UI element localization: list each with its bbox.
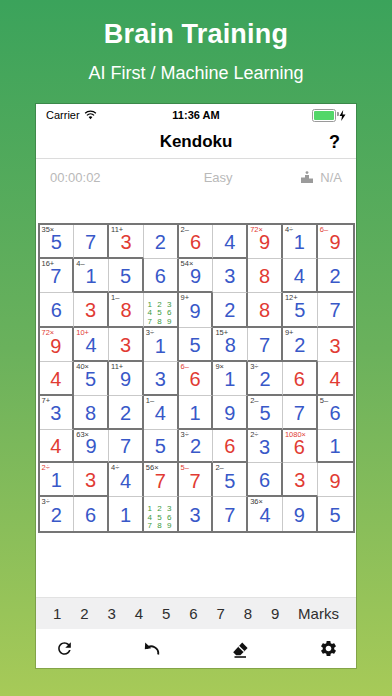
cage-label: 2÷: [42, 463, 50, 472]
cell-value: 7: [259, 334, 270, 357]
grid-cell-r6c7[interactable]: 2–5: [248, 396, 283, 430]
numpad-key-1[interactable]: 1: [53, 605, 61, 622]
cage-label: 2–: [250, 396, 258, 405]
cage-label: 1080×: [285, 430, 306, 439]
cell-value: 7: [50, 265, 61, 288]
grid-cell-r5c8[interactable]: 6: [283, 362, 318, 396]
cell-value: 8: [259, 299, 270, 322]
grid-cell-r1c1[interactable]: 35×5: [40, 225, 75, 259]
cell-value: 2: [330, 265, 341, 288]
kendoku-grid: 35×5711+322–6472×94÷16–916+74–15654×9384…: [38, 223, 355, 533]
app-header: Brain Training AI First / Machine Learni…: [0, 0, 392, 84]
cage-label: 12+: [285, 293, 298, 302]
cage-label: 2–: [215, 463, 223, 472]
cage-label: 54×: [181, 259, 194, 268]
cell-value: 9: [224, 402, 235, 425]
cell-value: 5: [51, 231, 62, 254]
numpad-key-2[interactable]: 2: [80, 605, 88, 622]
cage-label: 11+: [111, 362, 123, 371]
cage-label: 6–: [320, 225, 328, 234]
cell-value: 7: [189, 470, 200, 493]
cell-value: 6: [190, 231, 201, 254]
cell-value: 9: [190, 265, 201, 288]
grid-cell-r7c2[interactable]: 63×9: [74, 430, 109, 464]
cell-value: 5: [189, 334, 200, 357]
bottom-toolbar: [36, 629, 356, 668]
grid-cell-r1c6[interactable]: 4: [213, 225, 248, 259]
cell-value: 7: [224, 504, 235, 527]
eraser-button[interactable]: [230, 639, 250, 659]
grid-cell-r5c5[interactable]: 6–6: [179, 362, 214, 396]
cell-value: 5: [155, 435, 166, 458]
grid-cell-r2c3[interactable]: 5: [109, 259, 144, 293]
grid-cell-r7c5[interactable]: 3÷2: [179, 430, 214, 464]
cell-value: 8: [85, 402, 96, 425]
eraser-icon: [230, 639, 250, 659]
cell-value: 1: [120, 504, 131, 527]
cell-value: 4: [259, 504, 270, 527]
cage-label: 3÷: [42, 497, 50, 506]
nav-bar: Kendoku ?: [36, 126, 356, 158]
grid-cell-r9c3[interactable]: 1: [109, 497, 144, 531]
grid-cell-r2c6[interactable]: 3: [213, 259, 248, 293]
cell-value: 4: [330, 368, 341, 391]
cell-value: 7: [330, 299, 341, 322]
grid-cell-r4c7[interactable]: 7: [248, 328, 283, 362]
cell-value: 3: [189, 504, 200, 527]
grid-cell-r6c1[interactable]: 7+3: [40, 396, 75, 430]
grid-cell-r7c7[interactable]: 2÷3: [248, 430, 283, 464]
grid-cell-r7c4[interactable]: 5: [144, 430, 179, 464]
grid-cell-r9c4[interactable]: 1 2 34 5 67 8 9: [144, 497, 179, 531]
cell-value: 9: [330, 231, 341, 254]
grid-cell-r5c9[interactable]: 4: [318, 362, 353, 396]
grid-cell-r3c7[interactable]: 8: [248, 293, 283, 329]
cell-value: 5: [85, 368, 96, 391]
numpad-key-9[interactable]: 9: [271, 605, 279, 622]
cell-value: 1: [189, 402, 200, 425]
cage-label: 3÷: [181, 430, 189, 439]
cage-label: 4÷: [111, 463, 119, 472]
grid-cell-r2c4[interactable]: 6: [144, 259, 179, 293]
difficulty-label: Easy: [136, 170, 300, 185]
phone-screenshot: Carrier 11:36 AM Kendoku ? 00:00:02 Easy: [36, 104, 356, 668]
cell-value: 3: [120, 334, 131, 357]
cell-value: 6: [189, 368, 200, 391]
cage-label: 2÷: [250, 430, 258, 439]
cell-value: 3: [259, 436, 270, 459]
cage-label: 4–: [76, 259, 84, 268]
grid-cell-r5c6[interactable]: 9×1: [213, 362, 248, 396]
cell-value: 9: [189, 300, 200, 323]
grid-cell-r2c7[interactable]: 8: [248, 259, 283, 293]
cage-label: 10+: [76, 328, 89, 337]
grid-cell-r6c9[interactable]: 5–6: [318, 396, 353, 430]
cell-value: 7: [294, 402, 305, 425]
cell-value: 9: [259, 231, 270, 254]
grid-cell-r6c5[interactable]: 1: [179, 396, 214, 430]
grid-cell-r1c4[interactable]: 2: [144, 225, 179, 259]
grid-cell-r1c9[interactable]: 6–9: [318, 225, 353, 259]
cell-value: 7: [120, 435, 131, 458]
cell-value: 6: [155, 265, 166, 288]
cell-value: 9: [120, 368, 131, 391]
grid-cell-r9c5[interactable]: 3: [179, 497, 214, 531]
cell-value: 5: [259, 402, 270, 425]
grid-cell-r4c3[interactable]: 3: [109, 328, 144, 362]
grid-cell-r5c3[interactable]: 11+9: [109, 362, 144, 396]
grid-cell-r1c3[interactable]: 11+3: [109, 225, 144, 259]
grid-cell-r8c8[interactable]: 3: [283, 463, 318, 497]
grid-cell-r4c5[interactable]: 5: [179, 328, 214, 362]
numpad-key-marks[interactable]: Marks: [298, 605, 339, 622]
cell-value: 9: [50, 335, 61, 358]
cell-value: 1: [330, 435, 341, 458]
grid-cell-r2c9[interactable]: 2: [318, 259, 353, 293]
cage-label: 9×: [215, 362, 224, 371]
grid-cell-r8c7[interactable]: 6: [248, 463, 283, 497]
cell-value: 2: [224, 299, 235, 322]
pencil-marks: 1 2 34 5 67 8 9: [148, 301, 173, 327]
grid-cell-r8c1[interactable]: 2÷1: [40, 463, 75, 497]
cell-value: 2: [120, 402, 131, 425]
app-subtitle: AI First / Machine Learning: [0, 63, 392, 84]
numpad-key-4[interactable]: 4: [135, 605, 143, 622]
cage-label: 5–: [181, 463, 189, 472]
cell-value: 2: [51, 504, 62, 527]
cell-value: 9: [86, 435, 97, 458]
grid-cell-r8c6[interactable]: 2–5: [213, 463, 248, 497]
info-bar: 00:00:02 Easy N/A: [36, 158, 356, 195]
cell-value: 5: [224, 470, 235, 493]
score-value: N/A: [320, 170, 342, 185]
cell-value: 4: [86, 334, 97, 357]
cell-value: 8: [259, 265, 270, 288]
cell-value: 4: [294, 265, 305, 288]
cell-value: 3: [224, 265, 235, 288]
grid-cell-r3c6[interactable]: 2: [213, 293, 248, 329]
grid-cell-r4c1[interactable]: 72×9: [40, 328, 75, 362]
cell-value: 7: [155, 470, 166, 493]
grid-cell-r7c9[interactable]: 1: [318, 430, 353, 464]
cell-value: 6: [51, 299, 62, 322]
cell-value: 4: [155, 402, 166, 425]
cell-value: 7: [85, 231, 96, 254]
cell-value: 2: [259, 368, 270, 391]
grid-cell-r3c3[interactable]: 1–8: [109, 293, 144, 329]
cell-value: 2: [294, 334, 305, 357]
cage-label: 1–: [146, 396, 154, 405]
grid-cell-r4c2[interactable]: 10+4: [74, 328, 109, 362]
settings-button[interactable]: [318, 639, 338, 659]
cell-value: 2: [190, 435, 201, 458]
grid-cell-r2c2[interactable]: 4–1: [74, 259, 109, 293]
cage-label: 6–: [181, 362, 189, 371]
grid-cell-r3c1[interactable]: 6: [40, 293, 75, 329]
cell-value: 1: [224, 368, 235, 391]
grid-cell-r2c8[interactable]: 4: [283, 259, 318, 293]
grid-cell-r9c9[interactable]: 5: [318, 497, 353, 531]
grid-cell-r3c4[interactable]: 1 2 34 5 67 8 9: [144, 293, 179, 329]
numpad-key-7[interactable]: 7: [216, 605, 224, 622]
grid-cell-r6c6[interactable]: 9: [213, 396, 248, 430]
wifi-icon: [84, 110, 97, 120]
cell-value: 1: [51, 469, 62, 492]
cage-label: 15+: [215, 328, 228, 337]
grid-cell-r7c1[interactable]: 4: [40, 430, 75, 464]
grid-cell-r3c2[interactable]: 3: [74, 293, 109, 329]
cage-label: 3÷: [146, 328, 154, 337]
cell-value: 3: [330, 335, 341, 358]
restart-icon: [55, 639, 74, 658]
grid-cell-r9c2[interactable]: 6: [74, 497, 109, 531]
cage-label: 7+: [42, 396, 51, 405]
grid-cell-r2c5[interactable]: 54×9: [179, 259, 214, 293]
grid-cell-r8c2[interactable]: 3: [74, 463, 109, 497]
numpad: 123456789Marks: [36, 597, 356, 629]
cage-label: 2–: [181, 225, 189, 234]
cell-value: 1: [155, 335, 166, 358]
cell-value: 3: [120, 231, 131, 254]
grid-cell-r3c5[interactable]: 9+9: [179, 293, 214, 329]
grid-cell-r8c4[interactable]: 56×7: [144, 463, 179, 497]
cage-label: 63×: [76, 430, 89, 439]
numpad-key-8[interactable]: 8: [244, 605, 252, 622]
grid-cell-r8c3[interactable]: 4÷4: [109, 463, 144, 497]
cage-label: 1–: [111, 293, 119, 302]
cell-value: 3: [155, 368, 166, 391]
grid-cell-r8c9[interactable]: 9: [318, 463, 353, 497]
cell-value: 8: [225, 334, 236, 357]
cell-value: 6: [294, 368, 305, 391]
grid-cell-r8c5[interactable]: 5–7: [179, 463, 214, 497]
cage-label: 11+: [111, 225, 123, 234]
grid-cell-r1c7[interactable]: 72×9: [248, 225, 283, 259]
cell-value: 4: [224, 231, 235, 254]
grid-cell-r5c4[interactable]: 3: [144, 362, 179, 396]
cell-value: 4: [50, 368, 61, 391]
grid-cell-r3c9[interactable]: 7: [318, 293, 353, 329]
cell-value: 3: [85, 469, 96, 492]
leaderboard-podium-icon: [300, 171, 314, 183]
gear-icon: [319, 639, 338, 658]
cell-value: 4: [50, 435, 61, 458]
timer-value: 00:00:02: [50, 170, 136, 185]
cell-value: 5: [330, 504, 341, 527]
grid-cell-r7c6[interactable]: 6: [213, 430, 248, 464]
grid-cell-r4c9[interactable]: 3: [318, 328, 353, 362]
cell-value: 1: [294, 231, 305, 254]
grid-cell-r5c2[interactable]: 40×5: [74, 362, 109, 396]
grid-cell-r7c8[interactable]: 1080×6: [283, 430, 318, 464]
grid-cell-r9c7[interactable]: 36×4: [248, 497, 283, 531]
cage-label: 16+: [42, 259, 55, 268]
grid-cell-r5c1[interactable]: 4: [40, 362, 75, 396]
cage-label: 40×: [76, 362, 89, 371]
help-button[interactable]: ?: [329, 132, 340, 153]
cage-label: 4÷: [285, 225, 293, 234]
cell-value: 3: [50, 402, 61, 425]
battery-icon: [312, 109, 336, 122]
numpad-key-3[interactable]: 3: [107, 605, 115, 622]
cage-label: 9+: [181, 293, 190, 302]
cell-value: 1: [86, 265, 97, 288]
cell-value: 9: [330, 470, 341, 493]
cell-value: 4: [120, 470, 131, 493]
cell-value: 3: [85, 299, 96, 322]
grid-cell-r6c8[interactable]: 7: [283, 396, 318, 430]
grid-cell-r9c1[interactable]: 3÷2: [40, 497, 75, 531]
grid-cell-r4c6[interactable]: 15+8: [213, 328, 248, 362]
numpad-key-6[interactable]: 6: [189, 605, 197, 622]
grid-cell-r1c2[interactable]: 7: [74, 225, 109, 259]
grid-cell-r9c8[interactable]: 9: [283, 497, 318, 531]
grid-cell-r5c7[interactable]: 3÷2: [248, 362, 283, 396]
carrier-label: Carrier: [46, 109, 80, 121]
cell-value: 5: [120, 265, 131, 288]
cage-label: 56×: [146, 463, 159, 472]
grid-cell-r6c3[interactable]: 2: [109, 396, 144, 430]
cage-label: 72×: [250, 225, 263, 234]
grid-cell-r6c4[interactable]: 1–4: [144, 396, 179, 430]
cage-label: 72×: [42, 328, 55, 337]
cage-label: 9+: [285, 328, 294, 337]
numpad-key-5[interactable]: 5: [162, 605, 170, 622]
restart-button[interactable]: [54, 639, 74, 659]
cell-value: 6: [259, 469, 270, 492]
page-title: Kendoku: [160, 132, 233, 152]
status-bar: Carrier 11:36 AM: [36, 104, 356, 126]
undo-button[interactable]: [142, 639, 162, 659]
grid-cell-r1c8[interactable]: 4÷1: [283, 225, 318, 259]
cell-value: 6: [224, 435, 235, 458]
cell-value: 5: [294, 299, 305, 322]
cage-label: 35×: [42, 225, 55, 234]
grid-cell-r6c2[interactable]: 8: [74, 396, 109, 430]
cell-value: 3: [294, 469, 305, 492]
grid-cell-r4c4[interactable]: 3÷1: [144, 328, 179, 362]
grid-cell-r1c5[interactable]: 2–6: [179, 225, 214, 259]
charging-bolt-icon: [339, 110, 346, 121]
cell-value: 6: [330, 402, 341, 425]
grid-cell-r2c1[interactable]: 16+7: [40, 259, 75, 293]
grid-cell-r4c8[interactable]: 9+2: [283, 328, 318, 362]
grid-cell-r3c8[interactable]: 12+5: [283, 293, 318, 329]
cell-value: 8: [120, 299, 131, 322]
cell-value: 9: [294, 504, 305, 527]
cage-label: 36×: [250, 497, 263, 506]
cage-label: 3÷: [250, 362, 258, 371]
pencil-marks: 1 2 34 5 67 8 9: [148, 505, 173, 531]
cell-value: 6: [294, 436, 305, 459]
grid-cell-r9c6[interactable]: 7: [213, 497, 248, 531]
app-title: Brain Training: [0, 0, 392, 50]
undo-icon: [142, 639, 162, 659]
cage-label: 5–: [320, 396, 328, 405]
cell-value: 6: [85, 504, 96, 527]
grid-cell-r7c3[interactable]: 7: [109, 430, 144, 464]
cell-value: 2: [155, 231, 166, 254]
